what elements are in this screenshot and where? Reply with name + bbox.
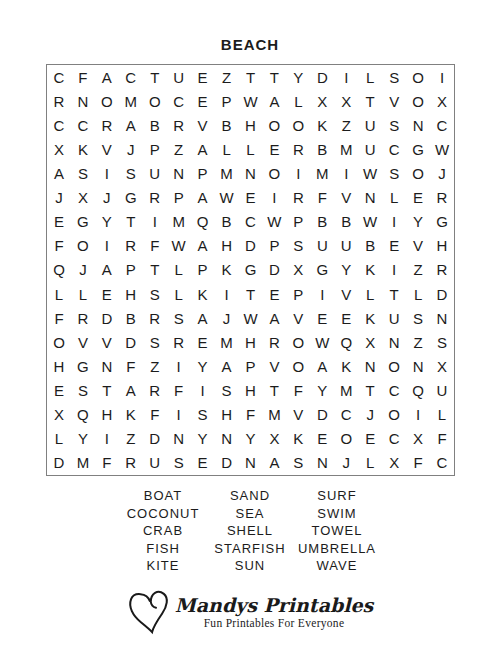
brand-footer: Mandys Printables Fun Printables For Eve…: [0, 588, 500, 636]
grid-cell-r11c17: N: [430, 306, 454, 330]
grid-cell-r3c12: K: [310, 113, 334, 137]
grid-cell-r6c4: G: [119, 186, 143, 210]
grid-cell-r14c9: H: [239, 379, 263, 403]
grid-cell-r8c9: D: [239, 234, 263, 258]
brand-name: Mandys Printables: [175, 594, 374, 616]
grid-cell-r9c6: L: [167, 258, 191, 282]
grid-cell-r1c14: L: [358, 65, 382, 89]
grid-cell-r4c1: X: [47, 137, 71, 161]
grid-cell-r5c7: P: [191, 161, 215, 185]
grid-cell-r15c3: H: [95, 403, 119, 427]
grid-cell-r8c7: A: [191, 234, 215, 258]
grid-cell-r16c12: E: [310, 427, 334, 451]
grid-cell-r8c6: W: [167, 234, 191, 258]
grid-cell-r5c17: J: [430, 161, 454, 185]
grid-cell-r10c14: L: [358, 282, 382, 306]
grid-cell-r12c14: X: [358, 330, 382, 354]
grid-cell-r11c12: E: [310, 306, 334, 330]
grid-cell-r1c11: Y: [286, 65, 310, 89]
grid-cell-r10c13: V: [334, 282, 358, 306]
grid-cell-r3c6: R: [167, 113, 191, 137]
grid-cell-r5c10: O: [262, 161, 286, 185]
grid-cell-r7c8: B: [215, 210, 239, 234]
grid-cell-r13c7: Y: [191, 354, 215, 378]
grid-cell-r6c10: I: [262, 186, 286, 210]
grid-cell-r1c1: C: [47, 65, 71, 89]
grid-cell-r10c4: H: [119, 282, 143, 306]
grid-cell-r4c12: B: [310, 137, 334, 161]
grid-cell-r6c5: R: [143, 186, 167, 210]
grid-cell-r2c6: C: [167, 89, 191, 113]
grid-cell-r8c13: U: [334, 234, 358, 258]
grid-cell-r7c9: C: [239, 210, 263, 234]
grid-cell-r4c8: L: [215, 137, 239, 161]
grid-cell-r4c6: Z: [167, 137, 191, 161]
grid-cell-r14c13: M: [334, 379, 358, 403]
grid-cell-r7c2: G: [71, 210, 95, 234]
grid-cell-r12c11: O: [286, 330, 310, 354]
grid-cell-r6c14: N: [358, 186, 382, 210]
grid-cell-r1c4: C: [119, 65, 143, 89]
grid-cell-r4c9: L: [239, 137, 263, 161]
grid-cell-r2c1: R: [47, 89, 71, 113]
grid-cell-r7c4: T: [119, 210, 143, 234]
grid-cell-r10c10: E: [262, 282, 286, 306]
grid-cell-r8c15: E: [382, 234, 406, 258]
grid-cell-r2c10: A: [262, 89, 286, 113]
grid-cell-r9c1: Q: [47, 258, 71, 282]
grid-cell-r4c5: P: [143, 137, 167, 161]
grid-cell-r14c7: I: [191, 379, 215, 403]
grid-cell-r14c17: U: [430, 379, 454, 403]
word-swim: SWIM: [294, 505, 381, 523]
word-sea: SEA: [207, 505, 294, 523]
grid-cell-r15c5: F: [143, 403, 167, 427]
grid-cell-r1c2: F: [71, 65, 95, 89]
grid-cell-r11c3: D: [95, 306, 119, 330]
grid-cell-r17c13: J: [334, 451, 358, 475]
word-surf: SURF: [294, 487, 381, 505]
grid-cell-r16c16: X: [406, 427, 430, 451]
grid-cell-r14c6: F: [167, 379, 191, 403]
grid-cell-r7c10: W: [262, 210, 286, 234]
word-column-2: SANDSEASHELLSTARFISHSUN: [207, 487, 294, 575]
grid-cell-r13c2: G: [71, 354, 95, 378]
grid-cell-r11c11: V: [286, 306, 310, 330]
grid-cell-r13c4: F: [119, 354, 143, 378]
grid-cell-r10c12: I: [310, 282, 334, 306]
grid-cell-r14c14: T: [358, 379, 382, 403]
word-fish: FISH: [120, 540, 207, 558]
grid-cell-r15c15: O: [382, 403, 406, 427]
word-column-1: BOATCOCONUTCRABFISHKITE: [120, 487, 207, 575]
grid-cell-r6c3: J: [95, 186, 119, 210]
grid-cell-r7c3: Y: [95, 210, 119, 234]
grid-cell-r17c12: N: [310, 451, 334, 475]
grid-cell-r6c1: J: [47, 186, 71, 210]
grid-cell-r7c17: G: [430, 210, 454, 234]
grid-cell-r15c7: S: [191, 403, 215, 427]
grid-cell-r9c7: P: [191, 258, 215, 282]
grid-cell-r17c15: X: [382, 451, 406, 475]
grid-cell-r1c16: O: [406, 65, 430, 89]
grid-cell-r1c7: E: [191, 65, 215, 89]
grid-cell-r13c8: A: [215, 354, 239, 378]
brand-block: Mandys Printables Fun Printables For Eve…: [175, 588, 374, 629]
grid-cell-r15c8: H: [215, 403, 239, 427]
word-sun: SUN: [207, 557, 294, 575]
grid-cell-r5c12: M: [310, 161, 334, 185]
grid-cell-r14c11: F: [286, 379, 310, 403]
grid-cell-r10c6: L: [167, 282, 191, 306]
grid-cell-r3c3: R: [95, 113, 119, 137]
grid-cell-r17c17: C: [430, 451, 454, 475]
grid-cell-r5c11: I: [286, 161, 310, 185]
grid-cell-r6c8: W: [215, 186, 239, 210]
grid-cell-r2c2: N: [71, 89, 95, 113]
grid-cell-r4c16: G: [406, 137, 430, 161]
grid-cell-r13c10: V: [262, 354, 286, 378]
grid-cell-r2c3: O: [95, 89, 119, 113]
grid-cell-r7c5: I: [143, 210, 167, 234]
puzzle-title: BEACH: [0, 36, 500, 53]
grid-cell-r8c17: H: [430, 234, 454, 258]
grid-cell-r13c3: N: [95, 354, 119, 378]
grid-cell-r17c3: F: [95, 451, 119, 475]
grid-cell-r16c11: K: [286, 427, 310, 451]
grid-cell-r13c17: X: [430, 354, 454, 378]
grid-cell-r2c5: O: [143, 89, 167, 113]
grid-cell-r10c15: T: [382, 282, 406, 306]
grid-cell-r2c4: M: [119, 89, 143, 113]
grid-cell-r1c5: T: [143, 65, 167, 89]
grid-cell-r16c1: L: [47, 427, 71, 451]
grid-cell-r5c3: I: [95, 161, 119, 185]
grid-cell-r5c16: O: [406, 161, 430, 185]
grid-cell-r6c9: E: [239, 186, 263, 210]
grid-cell-r14c10: T: [262, 379, 286, 403]
grid-cell-r7c6: M: [167, 210, 191, 234]
grid-cell-r13c11: O: [286, 354, 310, 378]
grid-cell-r1c10: T: [262, 65, 286, 89]
grid-cell-r2c9: W: [239, 89, 263, 113]
grid-cell-r10c2: L: [71, 282, 95, 306]
grid-cell-r7c16: Y: [406, 210, 430, 234]
grid-cell-r15c10: M: [262, 403, 286, 427]
grid-cell-r6c12: F: [310, 186, 334, 210]
grid-cell-r4c14: U: [358, 137, 382, 161]
grid-cell-r11c6: S: [167, 306, 191, 330]
grid-cell-r11c2: R: [71, 306, 95, 330]
grid-cell-r8c5: F: [143, 234, 167, 258]
grid-cell-r15c2: Q: [71, 403, 95, 427]
grid-cell-r9c16: Z: [406, 258, 430, 282]
grid-cell-r13c6: I: [167, 354, 191, 378]
grid-cell-r11c16: S: [406, 306, 430, 330]
grid-cell-r14c16: Q: [406, 379, 430, 403]
grid-cell-r16c9: Y: [239, 427, 263, 451]
grid-cell-r16c15: C: [382, 427, 406, 451]
grid-cell-r9c10: D: [262, 258, 286, 282]
grid-cell-r15c11: V: [286, 403, 310, 427]
grid-cell-r7c11: P: [286, 210, 310, 234]
grid-cell-r12c1: O: [47, 330, 71, 354]
grid-cell-r12c8: M: [215, 330, 239, 354]
grid-cell-r6c15: L: [382, 186, 406, 210]
grid-cell-r10c3: E: [95, 282, 119, 306]
grid-cell-r10c9: T: [239, 282, 263, 306]
grid-cell-r1c8: Z: [215, 65, 239, 89]
grid-cell-r9c11: X: [286, 258, 310, 282]
grid-cell-r3c13: Z: [334, 113, 358, 137]
grid-cell-r9c12: G: [310, 258, 334, 282]
grid-cell-r12c7: E: [191, 330, 215, 354]
grid-cell-r15c16: I: [406, 403, 430, 427]
grid-cell-r3c5: B: [143, 113, 167, 137]
grid-cell-r15c4: K: [119, 403, 143, 427]
grid-cell-r1c15: S: [382, 65, 406, 89]
grid-cell-r15c6: I: [167, 403, 191, 427]
grid-cell-r6c6: P: [167, 186, 191, 210]
grid-cell-r17c9: N: [239, 451, 263, 475]
grid-cell-r8c14: B: [358, 234, 382, 258]
grid-cell-r1c13: I: [334, 65, 358, 89]
grid-cell-r17c5: U: [143, 451, 167, 475]
grid-cell-r9c9: G: [239, 258, 263, 282]
word-list: BOATCOCONUTCRABFISHKITE SANDSEASHELLSTAR…: [0, 487, 500, 575]
grid-cell-r1c6: U: [167, 65, 191, 89]
grid-cell-r2c7: E: [191, 89, 215, 113]
grid-cell-r4c4: J: [119, 137, 143, 161]
grid-cell-r15c17: L: [430, 403, 454, 427]
grid-cell-r17c10: A: [262, 451, 286, 475]
grid-cell-r3c8: B: [215, 113, 239, 137]
grid-cell-r3c2: C: [71, 113, 95, 137]
grid-cell-r13c15: O: [382, 354, 406, 378]
grid-cell-r6c11: R: [286, 186, 310, 210]
grid-cell-r16c6: N: [167, 427, 191, 451]
grid-cell-r16c5: D: [143, 427, 167, 451]
grid-cell-r9c8: K: [215, 258, 239, 282]
grid-cell-r3c16: N: [406, 113, 430, 137]
grid-cell-r16c13: O: [334, 427, 358, 451]
grid-cell-r12c12: W: [310, 330, 334, 354]
grid-cell-r10c5: S: [143, 282, 167, 306]
word-search-grid: CFACTUEZTTYDILSOIRNOMOCEPWALXXTVOXCCRABR…: [46, 64, 455, 476]
grid-cell-r17c2: M: [71, 451, 95, 475]
grid-cell-r15c12: D: [310, 403, 334, 427]
grid-cell-r2c17: X: [430, 89, 454, 113]
grid-cell-r17c14: L: [358, 451, 382, 475]
grid-cell-r17c7: E: [191, 451, 215, 475]
grid-cell-r14c8: S: [215, 379, 239, 403]
grid-cell-r6c16: E: [406, 186, 430, 210]
grid-cell-r10c7: K: [191, 282, 215, 306]
grid-cell-r16c4: Z: [119, 427, 143, 451]
grid-cell-r3c15: S: [382, 113, 406, 137]
grid-cell-r16c14: E: [358, 427, 382, 451]
grid-cell-r2c13: X: [334, 89, 358, 113]
grid-cell-r4c10: E: [262, 137, 286, 161]
grid-cell-r17c8: D: [215, 451, 239, 475]
grid-cell-r1c9: T: [239, 65, 263, 89]
grid-cell-r12c9: H: [239, 330, 263, 354]
grid-cell-r13c12: A: [310, 354, 334, 378]
grid-cell-r15c14: J: [358, 403, 382, 427]
grid-cell-r16c10: X: [262, 427, 286, 451]
word-boat: BOAT: [120, 487, 207, 505]
grid-cell-r17c1: D: [47, 451, 71, 475]
grid-cell-r17c6: S: [167, 451, 191, 475]
heart-outline-icon: [124, 586, 175, 639]
grid-cell-r6c2: X: [71, 186, 95, 210]
grid-cell-r13c14: N: [358, 354, 382, 378]
word-coconut: COCONUT: [120, 505, 207, 523]
grid-cell-r12c4: D: [119, 330, 143, 354]
grid-cell-r11c10: A: [262, 306, 286, 330]
grid-cell-r12c2: V: [71, 330, 95, 354]
grid-cell-r5c5: U: [143, 161, 167, 185]
grid-cell-r4c7: A: [191, 137, 215, 161]
grid-cell-r3c4: A: [119, 113, 143, 137]
grid-cell-r7c12: B: [310, 210, 334, 234]
grid-cell-r14c2: S: [71, 379, 95, 403]
grid-cell-r12c17: S: [430, 330, 454, 354]
grid-cell-r10c1: L: [47, 282, 71, 306]
grid-cell-r7c13: B: [334, 210, 358, 234]
grid-cell-r16c17: F: [430, 427, 454, 451]
grid-cell-r2c12: X: [310, 89, 334, 113]
grid-cell-r8c12: U: [310, 234, 334, 258]
grid-cell-r16c7: Y: [191, 427, 215, 451]
grid-cell-r9c2: J: [71, 258, 95, 282]
grid-cell-r13c5: Z: [143, 354, 167, 378]
grid-cell-r13c1: H: [47, 354, 71, 378]
grid-cell-r8c4: R: [119, 234, 143, 258]
grid-cell-r8c1: F: [47, 234, 71, 258]
grid-cell-r9c5: T: [143, 258, 167, 282]
grid-cell-r4c3: V: [95, 137, 119, 161]
grid-cell-r13c13: K: [334, 354, 358, 378]
word-starfish: STARFISH: [207, 540, 294, 558]
grid-cell-r14c15: C: [382, 379, 406, 403]
grid-cell-r4c11: R: [286, 137, 310, 161]
grid-cell-r2c8: P: [215, 89, 239, 113]
grid-cell-r9c3: A: [95, 258, 119, 282]
grid-cell-r9c15: I: [382, 258, 406, 282]
grid-cell-r8c10: P: [262, 234, 286, 258]
word-towel: TOWEL: [294, 522, 381, 540]
grid-cell-r13c16: N: [406, 354, 430, 378]
grid-cell-r15c13: C: [334, 403, 358, 427]
word-column-3: SURFSWIMTOWELUMBRELLAWAVE: [294, 487, 381, 575]
grid-cell-r3c14: U: [358, 113, 382, 137]
grid-cell-r3c11: O: [286, 113, 310, 137]
grid-cell-r6c7: A: [191, 186, 215, 210]
grid-cell-r5c2: S: [71, 161, 95, 185]
grid-cell-r4c13: M: [334, 137, 358, 161]
grid-cell-r17c16: F: [406, 451, 430, 475]
grid-cell-r5c8: M: [215, 161, 239, 185]
grid-cell-r2c16: O: [406, 89, 430, 113]
grid-cell-r10c11: P: [286, 282, 310, 306]
grid-cell-r7c1: E: [47, 210, 71, 234]
grid-cell-r10c16: L: [406, 282, 430, 306]
grid-cell-r11c15: U: [382, 306, 406, 330]
grid-cell-r5c9: N: [239, 161, 263, 185]
grid-cell-r16c2: Y: [71, 427, 95, 451]
grid-cell-r9c14: K: [358, 258, 382, 282]
grid-cell-r14c4: A: [119, 379, 143, 403]
grid-cell-r3c17: C: [430, 113, 454, 137]
word-sand: SAND: [207, 487, 294, 505]
grid-cell-r12c13: Q: [334, 330, 358, 354]
grid-cell-r11c4: B: [119, 306, 143, 330]
grid-cell-r10c8: I: [215, 282, 239, 306]
word-kite: KITE: [120, 557, 207, 575]
grid-cell-r12c6: R: [167, 330, 191, 354]
grid-cell-r8c16: V: [406, 234, 430, 258]
grid-cell-r8c11: S: [286, 234, 310, 258]
grid-cell-r5c14: W: [358, 161, 382, 185]
word-umbrella: UMBRELLA: [294, 540, 381, 558]
grid-cell-r12c10: R: [262, 330, 286, 354]
grid-cell-r14c12: Y: [310, 379, 334, 403]
grid-cell-r16c3: I: [95, 427, 119, 451]
grid-cell-r6c13: V: [334, 186, 358, 210]
grid-cell-r7c15: I: [382, 210, 406, 234]
grid-cell-r1c3: A: [95, 65, 119, 89]
grid-cell-r16c8: N: [215, 427, 239, 451]
worksheet-page: BEACH CFACTUEZTTYDILSOIRNOMOCEPWALXXTVOX…: [0, 0, 500, 647]
grid-cell-r3c9: H: [239, 113, 263, 137]
word-crab: CRAB: [120, 522, 207, 540]
grid-cell-r15c1: X: [47, 403, 71, 427]
grid-cell-r14c5: R: [143, 379, 167, 403]
grid-cell-r3c1: C: [47, 113, 71, 137]
grid-cell-r10c17: D: [430, 282, 454, 306]
grid-cell-r9c4: P: [119, 258, 143, 282]
grid-cell-r13c9: P: [239, 354, 263, 378]
grid-cell-r6c17: R: [430, 186, 454, 210]
grid-cell-r5c15: S: [382, 161, 406, 185]
grid-cell-r14c3: T: [95, 379, 119, 403]
grid-cell-r9c17: R: [430, 258, 454, 282]
grid-cell-r14c1: E: [47, 379, 71, 403]
grid-cell-r2c11: L: [286, 89, 310, 113]
grid-cell-r9c13: Y: [334, 258, 358, 282]
grid-cell-r17c4: R: [119, 451, 143, 475]
grid-cell-r12c15: N: [382, 330, 406, 354]
grid-cell-r11c8: J: [215, 306, 239, 330]
grid-cell-r7c7: Q: [191, 210, 215, 234]
grid-cell-r15c9: F: [239, 403, 263, 427]
grid-cell-r5c4: S: [119, 161, 143, 185]
grid-cell-r3c7: V: [191, 113, 215, 137]
grid-cell-r2c15: V: [382, 89, 406, 113]
grid-cell-r12c5: S: [143, 330, 167, 354]
grid-cell-r11c7: A: [191, 306, 215, 330]
grid-cell-r2c14: T: [358, 89, 382, 113]
grid-cell-r7c14: W: [358, 210, 382, 234]
grid-cell-r11c13: E: [334, 306, 358, 330]
grid-cell-r1c17: I: [430, 65, 454, 89]
grid-cell-r3c10: O: [262, 113, 286, 137]
grid-cell-r12c16: Z: [406, 330, 430, 354]
grid-cell-r1c12: D: [310, 65, 334, 89]
grid-cell-r4c17: W: [430, 137, 454, 161]
grid-cell-r11c14: K: [358, 306, 382, 330]
